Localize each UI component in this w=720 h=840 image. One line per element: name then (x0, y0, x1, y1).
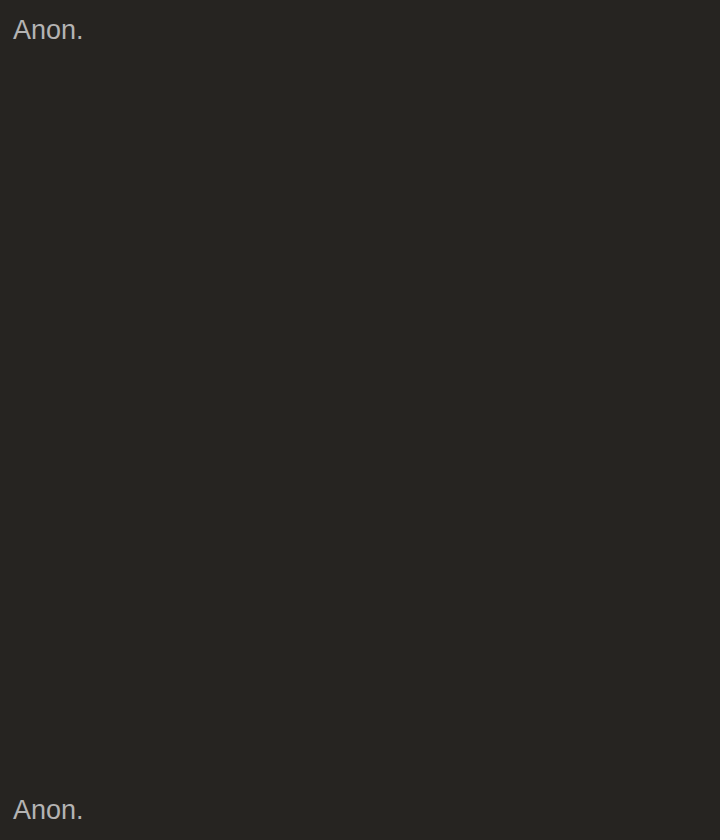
bottom-player-name: Anon. (13, 797, 84, 824)
top-player-name: Anon. (13, 17, 84, 44)
bottom-player-bar: Anon. (0, 780, 720, 840)
chess-board (0, 60, 720, 780)
top-player-bar: Anon. (0, 0, 720, 60)
